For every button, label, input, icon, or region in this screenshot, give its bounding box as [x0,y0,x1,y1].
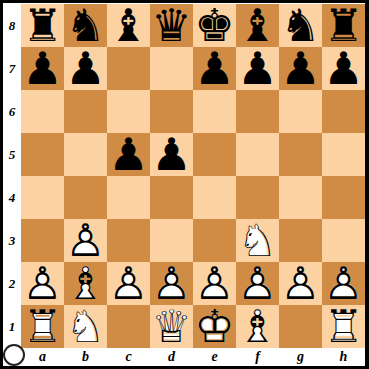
square-d3[interactable] [150,219,193,262]
square-g5[interactable] [279,133,322,176]
white-pawn-b3[interactable]: ♟♙ [64,219,107,262]
rank-label-2: 2 [3,262,21,305]
white-rook-a1[interactable]: ♜♖ [21,305,64,348]
piece-outline: ♙ [150,262,193,305]
square-a6[interactable] [21,90,64,133]
piece-outline: ♙ [107,262,150,305]
black-bishop-f8[interactable]: ♝ [236,4,279,47]
square-f1[interactable]: ♝♗ [236,305,279,348]
square-b1[interactable]: ♞♘ [64,305,107,348]
square-h5[interactable] [322,133,365,176]
square-a8[interactable]: ♜ [21,4,64,47]
square-c3[interactable] [107,219,150,262]
square-a3[interactable] [21,219,64,262]
white-queen-d1[interactable]: ♛♕ [150,305,193,348]
square-f3[interactable]: ♞♘ [236,219,279,262]
file-label-e: e [193,348,236,366]
square-f6[interactable] [236,90,279,133]
file-labels: abcdefgh [21,348,365,366]
square-b2[interactable]: ♝♗ [64,262,107,305]
black-queen-d8[interactable]: ♛ [150,4,193,47]
rank-label-3: 3 [3,219,21,262]
black-knight-b8[interactable]: ♞ [64,4,107,47]
black-pawn-h7[interactable]: ♟ [322,47,365,90]
square-g4[interactable] [279,176,322,219]
square-h3[interactable] [322,219,365,262]
rank-labels: 87654321 [3,4,21,348]
black-pawn-d5[interactable]: ♟ [150,133,193,176]
square-a1[interactable]: ♜♖ [21,305,64,348]
rank-label-7: 7 [3,47,21,90]
white-rook-h1[interactable]: ♜♖ [322,305,365,348]
piece-outline: ♔ [193,305,236,348]
square-b3[interactable]: ♟♙ [64,219,107,262]
white-bishop-b2[interactable]: ♝♗ [64,262,107,305]
square-h4[interactable] [322,176,365,219]
square-a5[interactable] [21,133,64,176]
square-f2[interactable]: ♟♙ [236,262,279,305]
side-to-move-indicator [3,344,25,366]
piece-outline: ♖ [21,305,64,348]
square-g7[interactable]: ♟ [279,47,322,90]
file-label-f: f [236,348,279,366]
chess-board[interactable]: ♜♞♝♛♚♝♞♜♟♟♟♟♟♟♟♟♟♙♞♘♟♙♝♗♟♙♟♙♟♙♟♙♟♙♟♙♜♖♞♘… [21,4,365,348]
piece-outline: ♙ [279,262,322,305]
piece-outline: ♕ [150,305,193,348]
black-rook-h8[interactable]: ♜ [322,4,365,47]
square-h6[interactable] [322,90,365,133]
square-d1[interactable]: ♛♕ [150,305,193,348]
square-e2[interactable]: ♟♙ [193,262,236,305]
file-label-h: h [322,348,365,366]
piece-outline: ♘ [236,219,279,262]
square-b5[interactable] [64,133,107,176]
black-pawn-a7[interactable]: ♟ [21,47,64,90]
square-f7[interactable]: ♟ [236,47,279,90]
square-c4[interactable] [107,176,150,219]
square-d7[interactable] [150,47,193,90]
square-f5[interactable] [236,133,279,176]
black-pawn-c5[interactable]: ♟ [107,133,150,176]
white-pawn-g2[interactable]: ♟♙ [279,262,322,305]
piece-outline: ♘ [64,305,107,348]
square-a4[interactable] [21,176,64,219]
piece-outline: ♗ [236,305,279,348]
rank-label-1: 1 [3,305,21,348]
square-b4[interactable] [64,176,107,219]
square-a2[interactable]: ♟♙ [21,262,64,305]
square-e7[interactable]: ♟ [193,47,236,90]
file-label-a: a [21,348,64,366]
chess-diagram-frame: 87654321 ♜♞♝♛♚♝♞♜♟♟♟♟♟♟♟♟♟♙♞♘♟♙♝♗♟♙♟♙♟♙♟… [0,0,369,369]
black-pawn-e7[interactable]: ♟ [193,47,236,90]
white-pawn-c2[interactable]: ♟♙ [107,262,150,305]
square-e8[interactable]: ♚ [193,4,236,47]
piece-outline: ♙ [236,262,279,305]
square-e6[interactable] [193,90,236,133]
square-b8[interactable]: ♞ [64,4,107,47]
square-h2[interactable]: ♟♙ [322,262,365,305]
square-d4[interactable] [150,176,193,219]
piece-outline: ♙ [322,262,365,305]
square-c5[interactable]: ♟ [107,133,150,176]
square-c1[interactable] [107,305,150,348]
square-f4[interactable] [236,176,279,219]
square-d8[interactable]: ♛ [150,4,193,47]
white-knight-b1[interactable]: ♞♘ [64,305,107,348]
white-bishop-f1[interactable]: ♝♗ [236,305,279,348]
square-h1[interactable]: ♜♖ [322,305,365,348]
piece-outline: ♗ [64,262,107,305]
rank-label-8: 8 [3,4,21,47]
square-e4[interactable] [193,176,236,219]
file-label-g: g [279,348,322,366]
piece-outline: ♙ [64,219,107,262]
square-g2[interactable]: ♟♙ [279,262,322,305]
square-h7[interactable]: ♟ [322,47,365,90]
square-d5[interactable]: ♟ [150,133,193,176]
black-knight-g8[interactable]: ♞ [279,4,322,47]
square-g8[interactable]: ♞ [279,4,322,47]
rank-label-5: 5 [3,133,21,176]
square-e1[interactable]: ♚♔ [193,305,236,348]
piece-outline: ♙ [193,262,236,305]
square-g1[interactable] [279,305,322,348]
square-c8[interactable]: ♝ [107,4,150,47]
square-d2[interactable]: ♟♙ [150,262,193,305]
white-king-e1[interactable]: ♚♔ [193,305,236,348]
square-a7[interactable]: ♟ [21,47,64,90]
white-pawn-a2[interactable]: ♟♙ [21,262,64,305]
square-g6[interactable] [279,90,322,133]
white-pawn-h2[interactable]: ♟♙ [322,262,365,305]
rank-label-4: 4 [3,176,21,219]
square-d6[interactable] [150,90,193,133]
square-f8[interactable]: ♝ [236,4,279,47]
square-e3[interactable] [193,219,236,262]
rank-label-6: 6 [3,90,21,133]
square-c2[interactable]: ♟♙ [107,262,150,305]
piece-outline: ♖ [322,305,365,348]
file-label-b: b [64,348,107,366]
file-label-c: c [107,348,150,366]
black-bishop-c8[interactable]: ♝ [107,4,150,47]
square-c6[interactable] [107,90,150,133]
square-h8[interactable]: ♜ [322,4,365,47]
white-knight-f3[interactable]: ♞♘ [236,219,279,262]
white-pawn-e2[interactable]: ♟♙ [193,262,236,305]
square-g3[interactable] [279,219,322,262]
square-b7[interactable]: ♟ [64,47,107,90]
diagram-panel: 87654321 ♜♞♝♛♚♝♞♜♟♟♟♟♟♟♟♟♟♙♞♘♟♙♝♗♟♙♟♙♟♙♟… [3,3,365,366]
piece-outline: ♙ [21,262,64,305]
black-pawn-b7[interactable]: ♟ [64,47,107,90]
black-rook-a8[interactable]: ♜ [21,4,64,47]
black-pawn-g7[interactable]: ♟ [279,47,322,90]
white-pawn-f2[interactable]: ♟♙ [236,262,279,305]
square-b6[interactable] [64,90,107,133]
black-pawn-f7[interactable]: ♟ [236,47,279,90]
white-pawn-d2[interactable]: ♟♙ [150,262,193,305]
file-label-d: d [150,348,193,366]
square-e5[interactable] [193,133,236,176]
square-c7[interactable] [107,47,150,90]
black-king-e8[interactable]: ♚ [193,4,236,47]
